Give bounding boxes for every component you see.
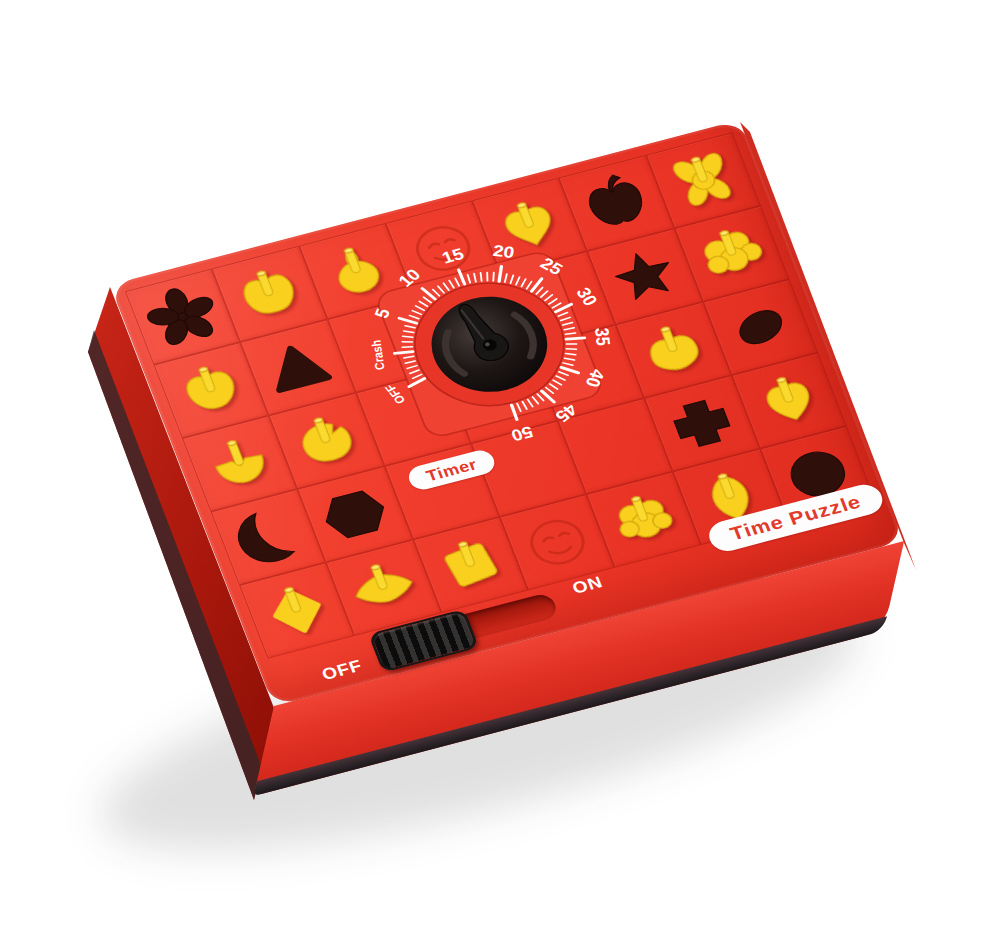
smiley-face-icon	[525, 516, 590, 569]
switch-on-label: ON	[570, 573, 606, 598]
smiley-face-icon	[411, 222, 476, 275]
switch-off-label: OFF	[319, 656, 365, 684]
product-photo-scene: OFFCrash5101520253035404550 Timer Time P…	[0, 0, 1000, 934]
